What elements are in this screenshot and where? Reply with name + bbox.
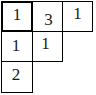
grid-cell-r3c1[interactable]: 2 bbox=[1, 61, 33, 93]
grid-cell-r2c2[interactable]: 1 bbox=[32, 31, 63, 62]
grid-cell-r1c2[interactable]: 3 bbox=[32, 1, 63, 32]
cell-value: 1 bbox=[73, 5, 82, 22]
cell-value: 1 bbox=[12, 37, 21, 54]
grid-cell-r1c1[interactable]: 1 bbox=[1, 1, 33, 32]
cell-value: 2 bbox=[12, 66, 21, 83]
cell-value: 3 bbox=[44, 11, 53, 28]
cell-value: 1 bbox=[13, 6, 22, 23]
puzzle-board: 1 3 1 1 1 2 bbox=[0, 0, 96, 95]
grid-cell-r2c1[interactable]: 1 bbox=[1, 31, 33, 62]
grid-cell-r1c3[interactable]: 1 bbox=[62, 1, 93, 32]
cell-value: 1 bbox=[41, 35, 50, 52]
